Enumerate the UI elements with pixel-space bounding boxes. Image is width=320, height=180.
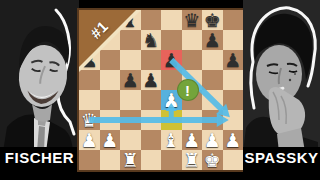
fischer-portrait xyxy=(0,0,79,152)
right-name-bar: SPASSKY xyxy=(243,147,320,180)
game-number-ribbon: #1 xyxy=(79,10,151,82)
right-player-panel: SPASSKY xyxy=(243,0,320,180)
left-name-bar: FISCHER xyxy=(0,147,79,180)
arrowhead-e3-e4 xyxy=(166,103,177,111)
thumbnail: FISCHER ♝♛♚♞♟♟♟♟♟♟♟♛♟♟♝♟♟♟♜♜♚ ! #1 xyxy=(0,0,320,180)
exclamation-badge: ! xyxy=(177,79,199,101)
left-player-panel: FISCHER xyxy=(0,0,79,180)
spassky-portrait xyxy=(243,0,320,152)
chess-board: ♝♛♚♞♟♟♟♟♟♟♟♛♟♟♝♟♟♟♜♜♚ ! #1 xyxy=(77,8,245,172)
exclamation-text: ! xyxy=(185,83,190,98)
left-player-name: FISCHER xyxy=(5,150,74,166)
right-player-name: SPASSKY xyxy=(244,150,318,166)
